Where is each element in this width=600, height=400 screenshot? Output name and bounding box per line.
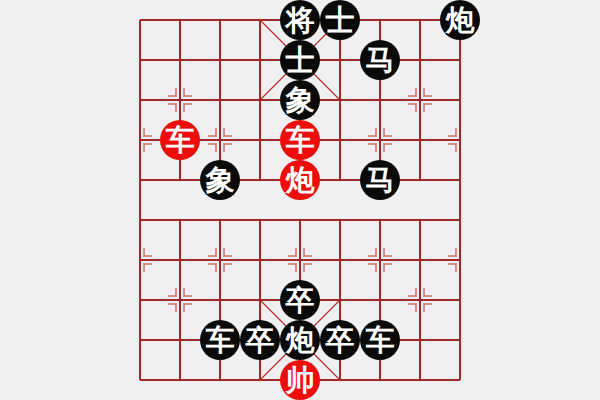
black-chariot[interactable]: 车 bbox=[360, 320, 400, 360]
black-chariot[interactable]: 车 bbox=[200, 320, 240, 360]
red-chariot[interactable]: 车 bbox=[280, 120, 320, 160]
black-cannon[interactable]: 炮 bbox=[280, 320, 320, 360]
red-cannon[interactable]: 炮 bbox=[280, 160, 320, 200]
black-elephant[interactable]: 象 bbox=[280, 80, 320, 120]
black-soldier[interactable]: 卒 bbox=[280, 280, 320, 320]
red-chariot[interactable]: 车 bbox=[160, 120, 200, 160]
black-advisor[interactable]: 士 bbox=[320, 0, 360, 40]
black-horse[interactable]: 马 bbox=[360, 160, 400, 200]
black-horse[interactable]: 马 bbox=[360, 40, 400, 80]
piece-grid: 将士炮士马象车车象炮马卒车卒炮卒车帅 bbox=[120, 0, 480, 400]
xiangqi-board: 将士炮士马象车车象炮马卒车卒炮卒车帅 bbox=[0, 0, 600, 400]
black-soldier[interactable]: 卒 bbox=[320, 320, 360, 360]
black-soldier[interactable]: 卒 bbox=[240, 320, 280, 360]
black-general[interactable]: 将 bbox=[280, 0, 320, 40]
red-general[interactable]: 帅 bbox=[280, 360, 320, 400]
black-cannon[interactable]: 炮 bbox=[440, 0, 480, 40]
black-advisor[interactable]: 士 bbox=[280, 40, 320, 80]
black-elephant[interactable]: 象 bbox=[200, 160, 240, 200]
